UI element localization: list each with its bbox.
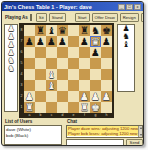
square-b3[interactable]: [35, 80, 46, 91]
rank-label-6: 6: [19, 47, 24, 58]
square-h4[interactable]: [101, 69, 112, 80]
file-label-a: a: [24, 113, 35, 118]
piece-white-pawn[interactable]: ♟: [91, 91, 100, 102]
chat-console[interactable]: Player dave wins: adjusting 1200 new rat…: [66, 125, 143, 138]
square-d4[interactable]: [57, 69, 68, 80]
chat-scrollbar[interactable]: [138, 126, 142, 137]
rank-label-5: 5: [19, 58, 24, 69]
rank-label-7: 7: [19, 36, 24, 47]
square-e8[interactable]: [68, 25, 79, 36]
file-label-g: g: [90, 113, 101, 118]
square-b1[interactable]: [35, 102, 46, 113]
square-g5[interactable]: [90, 58, 101, 69]
captured-black-tray[interactable]: ♟♞♝: [117, 24, 135, 92]
square-h2[interactable]: ♟: [101, 91, 112, 102]
file-label-f: f: [79, 113, 90, 118]
file-label-h: h: [101, 113, 112, 118]
square-a3[interactable]: [24, 80, 35, 91]
square-b5[interactable]: [35, 58, 46, 69]
square-e6[interactable]: [68, 47, 79, 58]
playing-as-label: Playing As: [5, 15, 28, 20]
piece-white-rook[interactable]: ♜: [25, 102, 34, 113]
toolbar-buttons: SitStandStartOffer DrawResignInvite: [36, 13, 144, 22]
square-c8[interactable]: ♝: [46, 25, 57, 36]
piece-white-pawn[interactable]: ♟: [102, 91, 111, 102]
board-area: ♟♟♟♟♞♞ 87654321 ♜♝♛♜♞♚♟♟♟♟♟♛♟♟♝♝♟♟♟♟♜♜♚ …: [2, 23, 143, 119]
square-b2[interactable]: [35, 91, 46, 102]
square-d5[interactable]: [57, 58, 68, 69]
piece-white-bishop[interactable]: ♝: [47, 69, 56, 80]
send-button[interactable]: Send: [126, 139, 143, 146]
chat-message: Player bob loses: adjusting 1200 new rat…: [67, 131, 142, 136]
piece-black-bishop[interactable]: ♝: [47, 25, 56, 36]
piece-black-rook[interactable]: ♜: [36, 25, 45, 36]
square-g7[interactable]: ♛: [90, 36, 101, 47]
square-g1[interactable]: ♚: [90, 102, 101, 113]
square-c7[interactable]: ♟: [46, 36, 57, 47]
chat-input[interactable]: [66, 139, 124, 146]
piece-white-pawn[interactable]: ♟: [25, 91, 34, 102]
square-g8[interactable]: ♞: [90, 25, 101, 36]
start-button[interactable]: Start: [75, 13, 90, 22]
minimize-button[interactable]: _: [118, 4, 125, 10]
square-e1[interactable]: [68, 102, 79, 113]
square-e3[interactable]: [68, 80, 79, 91]
rank-label-8: 8: [19, 25, 24, 36]
square-e4[interactable]: [68, 69, 79, 80]
square-c2[interactable]: [46, 91, 57, 102]
piece-black-king[interactable]: ♚: [102, 25, 111, 36]
square-e7[interactable]: [68, 36, 79, 47]
square-h3[interactable]: [101, 80, 112, 91]
square-g2[interactable]: ♟: [90, 91, 101, 102]
square-f6[interactable]: [79, 47, 90, 58]
piece-black-pawn[interactable]: ♟: [91, 47, 100, 58]
piece-black-pawn[interactable]: ♟: [25, 36, 34, 47]
square-d8[interactable]: ♛: [57, 25, 68, 36]
invite-button[interactable]: Invite: [141, 13, 144, 22]
captured-white-tray[interactable]: ♟♟♟♟♞♞: [4, 24, 18, 112]
square-d7[interactable]: ♟: [57, 36, 68, 47]
offer-draw-button[interactable]: Offer Draw: [92, 13, 118, 22]
square-b8[interactable]: ♜: [35, 25, 46, 36]
screen: Jin's Chess Table 1 - Player: dave _□x P…: [0, 0, 148, 150]
file-label-e: e: [68, 113, 79, 118]
square-a7[interactable]: ♟: [24, 36, 35, 47]
square-f3[interactable]: [79, 80, 90, 91]
close-button[interactable]: x: [134, 4, 141, 10]
user-list-item[interactable]: bob (Black): [6, 133, 60, 139]
square-c1[interactable]: [46, 102, 57, 113]
sit-button[interactable]: Sit: [36, 13, 47, 22]
chess-board: 87654321 ♜♝♛♜♞♚♟♟♟♟♟♛♟♟♝♝♟♟♟♟♜♜♚ abcdefg…: [19, 23, 114, 118]
square-f8[interactable]: ♜: [79, 25, 90, 36]
square-a5[interactable]: [24, 58, 35, 69]
bottom-panel: List of Users Chat dave (White)bob (Blac…: [4, 119, 143, 146]
piece-black-pawn[interactable]: ♟: [58, 36, 67, 47]
resign-button[interactable]: Resign: [120, 13, 139, 22]
piece-black-rook[interactable]: ♜: [80, 25, 89, 36]
captured-white-knight: ♞: [7, 65, 14, 73]
square-e5[interactable]: [68, 58, 79, 69]
rank-label-3: 3: [19, 80, 24, 91]
window-controls: _□x: [118, 4, 141, 10]
square-d2[interactable]: [57, 91, 68, 102]
file-label-c: c: [46, 113, 57, 118]
piece-black-knight[interactable]: ♞: [91, 25, 100, 36]
square-c5[interactable]: [46, 58, 57, 69]
board-grid: ♜♝♛♜♞♚♟♟♟♟♟♛♟♟♝♝♟♟♟♟♜♜♚: [24, 25, 112, 113]
square-g4[interactable]: [90, 69, 101, 80]
square-f5[interactable]: [79, 58, 90, 69]
square-f2[interactable]: ♟: [79, 91, 90, 102]
piece-white-pawn[interactable]: ♟: [80, 91, 89, 102]
square-h7[interactable]: ♟: [101, 36, 112, 47]
file-label-b: b: [35, 113, 46, 118]
maximize-button[interactable]: □: [126, 4, 133, 10]
users-listbox[interactable]: dave (White)bob (Black): [4, 125, 62, 145]
toolbar: Playing As SitStandStartOffer DrawResign…: [2, 11, 143, 23]
square-b6[interactable]: [35, 47, 46, 58]
piece-black-pawn[interactable]: ♟: [47, 36, 56, 47]
square-g6[interactable]: ♟: [90, 47, 101, 58]
rank-label-4: 4: [19, 69, 24, 80]
square-g3[interactable]: [90, 80, 101, 91]
square-d3[interactable]: [57, 80, 68, 91]
rank-labels: 87654321: [19, 25, 24, 113]
piece-white-queen[interactable]: ♛: [91, 36, 100, 47]
square-h5[interactable]: [101, 58, 112, 69]
square-b7[interactable]: ♟: [35, 36, 46, 47]
piece-white-bishop[interactable]: ♝: [47, 80, 56, 91]
file-labels: abcdefgh: [24, 113, 112, 118]
piece-white-king[interactable]: ♚: [91, 102, 100, 113]
piece-black-pawn[interactable]: ♟: [102, 36, 111, 47]
square-b4[interactable]: [35, 69, 46, 80]
square-a4[interactable]: [24, 69, 35, 80]
square-c6[interactable]: [46, 47, 57, 58]
playing-as-box[interactable]: [30, 14, 32, 21]
square-f4[interactable]: [79, 69, 90, 80]
square-a8[interactable]: [24, 25, 35, 36]
title-bar[interactable]: Jin's Chess Table 1 - Player: dave _□x: [2, 2, 143, 11]
square-a1[interactable]: ♜: [24, 102, 35, 113]
square-a2[interactable]: ♟: [24, 91, 35, 102]
square-f1[interactable]: ♜: [79, 102, 90, 113]
square-c4[interactable]: ♝: [46, 69, 57, 80]
rank-label-2: 2: [19, 91, 24, 102]
stand-button[interactable]: Stand: [49, 13, 66, 22]
window-title: Jin's Chess Table 1 - Player: dave: [4, 4, 117, 10]
square-h1[interactable]: [101, 102, 112, 113]
square-a6[interactable]: [24, 47, 35, 58]
rank-label-1: 1: [19, 102, 24, 113]
square-e2[interactable]: [68, 91, 79, 102]
piece-white-rook[interactable]: ♜: [80, 102, 89, 113]
chess-table-window: Jin's Chess Table 1 - Player: dave _□x P…: [1, 1, 144, 146]
piece-black-pawn[interactable]: ♟: [80, 36, 89, 47]
piece-black-queen[interactable]: ♛: [58, 25, 67, 36]
square-h8[interactable]: ♚: [101, 25, 112, 36]
square-c3[interactable]: ♝: [46, 80, 57, 91]
chat-label: Chat: [67, 119, 77, 124]
square-d6[interactable]: [57, 47, 68, 58]
captured-black-bishop: ♝: [122, 41, 129, 49]
square-h6[interactable]: [101, 47, 112, 58]
square-d1[interactable]: [57, 102, 68, 113]
square-f7[interactable]: ♟: [79, 36, 90, 47]
piece-black-pawn[interactable]: ♟: [36, 36, 45, 47]
users-list-label: List of Users: [5, 119, 32, 124]
file-label-d: d: [57, 113, 68, 118]
